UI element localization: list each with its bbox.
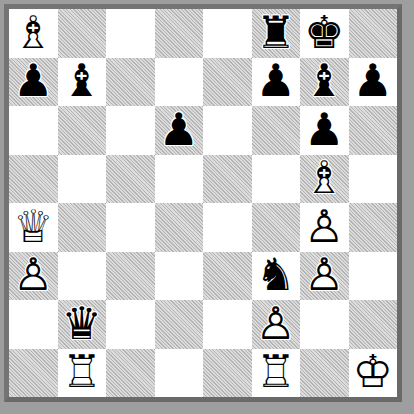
- square-h5[interactable]: [349, 155, 398, 204]
- piece-glyph: ♝: [62, 58, 102, 103]
- piece-white-pawn: ♟♙: [252, 300, 301, 349]
- piece-white-pawn: ♟♙: [9, 252, 58, 301]
- square-f4[interactable]: [252, 203, 301, 252]
- square-g8[interactable]: ♚: [300, 9, 349, 58]
- square-e1[interactable]: [203, 349, 252, 398]
- piece-outline-layer: ♙: [304, 252, 344, 297]
- piece-white-bishop: ♝♗: [300, 155, 349, 204]
- square-d3[interactable]: [155, 252, 204, 301]
- square-f1[interactable]: ♜♖: [252, 349, 301, 398]
- square-c4[interactable]: [106, 203, 155, 252]
- piece-black-pawn: ♟: [155, 106, 204, 155]
- piece-white-rook: ♜♖: [252, 349, 301, 398]
- square-e7[interactable]: [203, 58, 252, 107]
- square-c6[interactable]: [106, 106, 155, 155]
- piece-white-king: ♚♔: [349, 349, 398, 398]
- square-a3[interactable]: ♟♙: [9, 252, 58, 301]
- square-g6[interactable]: ♟: [300, 106, 349, 155]
- piece-glyph: ♟: [353, 58, 393, 103]
- square-g4[interactable]: ♟♙: [300, 203, 349, 252]
- piece-glyph: ♟: [304, 107, 344, 152]
- square-b7[interactable]: ♝: [58, 58, 107, 107]
- square-g2[interactable]: [300, 300, 349, 349]
- piece-glyph: ♟: [159, 107, 199, 152]
- piece-outline-layer: ♗: [304, 155, 344, 200]
- square-e8[interactable]: [203, 9, 252, 58]
- square-d4[interactable]: [155, 203, 204, 252]
- square-g7[interactable]: ♝: [300, 58, 349, 107]
- square-h1[interactable]: ♚♔: [349, 349, 398, 398]
- square-h7[interactable]: ♟: [349, 58, 398, 107]
- square-f5[interactable]: [252, 155, 301, 204]
- piece-white-pawn: ♟♙: [300, 203, 349, 252]
- square-b4[interactable]: [58, 203, 107, 252]
- piece-outline-layer: ♔: [353, 349, 393, 394]
- square-f6[interactable]: [252, 106, 301, 155]
- square-c3[interactable]: [106, 252, 155, 301]
- square-b2[interactable]: ♛: [58, 300, 107, 349]
- square-a8[interactable]: ♝♗: [9, 9, 58, 58]
- piece-glyph: ♟: [256, 58, 296, 103]
- piece-black-pawn: ♟: [252, 58, 301, 107]
- piece-outline-layer: ♖: [62, 349, 102, 394]
- piece-glyph: ♞: [256, 252, 296, 297]
- piece-black-pawn: ♟: [349, 58, 398, 107]
- square-d6[interactable]: ♟: [155, 106, 204, 155]
- square-d7[interactable]: [155, 58, 204, 107]
- piece-glyph: ♛: [62, 301, 102, 346]
- piece-white-pawn: ♟♙: [300, 252, 349, 301]
- square-e5[interactable]: [203, 155, 252, 204]
- square-b3[interactable]: [58, 252, 107, 301]
- piece-outline-layer: ♗: [13, 10, 53, 55]
- square-e3[interactable]: [203, 252, 252, 301]
- square-f8[interactable]: ♜: [252, 9, 301, 58]
- piece-outline-layer: ♙: [304, 204, 344, 249]
- square-c8[interactable]: [106, 9, 155, 58]
- square-c7[interactable]: [106, 58, 155, 107]
- piece-white-bishop: ♝♗: [9, 9, 58, 58]
- square-b5[interactable]: [58, 155, 107, 204]
- square-a5[interactable]: [9, 155, 58, 204]
- chess-diagram: ♝♗♜♚♟♝♟♝♟♟♟♝♗♛♕♟♙♟♙♞♟♙♛♟♙♜♖♜♖♚♔: [0, 0, 414, 414]
- square-a6[interactable]: [9, 106, 58, 155]
- piece-glyph: ♜: [256, 10, 296, 55]
- piece-glyph: ♝: [304, 58, 344, 103]
- square-a1[interactable]: [9, 349, 58, 398]
- square-h6[interactable]: [349, 106, 398, 155]
- square-d8[interactable]: [155, 9, 204, 58]
- piece-outline-layer: ♖: [256, 349, 296, 394]
- piece-black-pawn: ♟: [300, 106, 349, 155]
- piece-black-bishop: ♝: [300, 58, 349, 107]
- square-a2[interactable]: [9, 300, 58, 349]
- piece-glyph: ♟: [13, 58, 53, 103]
- piece-black-rook: ♜: [252, 9, 301, 58]
- square-d5[interactable]: [155, 155, 204, 204]
- piece-black-bishop: ♝: [58, 58, 107, 107]
- square-c2[interactable]: [106, 300, 155, 349]
- square-h8[interactable]: [349, 9, 398, 58]
- piece-outline-layer: ♙: [13, 252, 53, 297]
- square-e4[interactable]: [203, 203, 252, 252]
- square-d1[interactable]: [155, 349, 204, 398]
- square-g5[interactable]: ♝♗: [300, 155, 349, 204]
- square-b1[interactable]: ♜♖: [58, 349, 107, 398]
- piece-outline-layer: ♙: [256, 301, 296, 346]
- square-f3[interactable]: ♞: [252, 252, 301, 301]
- piece-black-pawn: ♟: [9, 58, 58, 107]
- square-a7[interactable]: ♟: [9, 58, 58, 107]
- square-b8[interactable]: [58, 9, 107, 58]
- square-a4[interactable]: ♛♕: [9, 203, 58, 252]
- square-e6[interactable]: [203, 106, 252, 155]
- square-c5[interactable]: [106, 155, 155, 204]
- board-frame: ♝♗♜♚♟♝♟♝♟♟♟♝♗♛♕♟♙♟♙♞♟♙♛♟♙♜♖♜♖♚♔: [4, 4, 402, 402]
- piece-outline-layer: ♕: [13, 204, 53, 249]
- square-b6[interactable]: [58, 106, 107, 155]
- square-h3[interactable]: [349, 252, 398, 301]
- chess-board: ♝♗♜♚♟♝♟♝♟♟♟♝♗♛♕♟♙♟♙♞♟♙♛♟♙♜♖♜♖♚♔: [9, 9, 397, 397]
- square-f7[interactable]: ♟: [252, 58, 301, 107]
- piece-black-king: ♚: [300, 9, 349, 58]
- piece-white-rook: ♜♖: [58, 349, 107, 398]
- square-c1[interactable]: [106, 349, 155, 398]
- piece-black-queen: ♛: [58, 300, 107, 349]
- piece-glyph: ♚: [304, 10, 344, 55]
- square-e2[interactable]: [203, 300, 252, 349]
- square-f2[interactable]: ♟♙: [252, 300, 301, 349]
- piece-black-knight: ♞: [252, 252, 301, 301]
- square-h4[interactable]: [349, 203, 398, 252]
- piece-white-queen: ♛♕: [9, 203, 58, 252]
- square-h2[interactable]: [349, 300, 398, 349]
- square-g1[interactable]: [300, 349, 349, 398]
- square-d2[interactable]: [155, 300, 204, 349]
- square-g3[interactable]: ♟♙: [300, 252, 349, 301]
